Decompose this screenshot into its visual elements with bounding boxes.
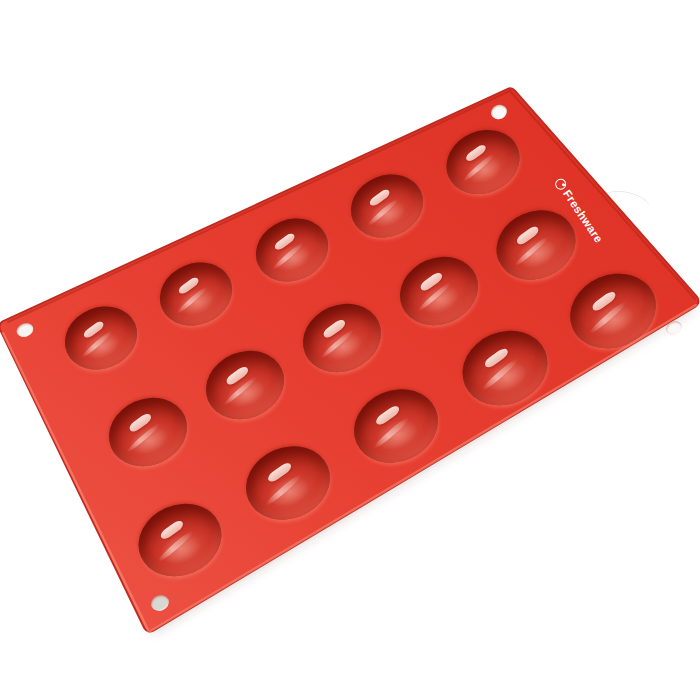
mold-cavity-r2c4 [399, 258, 479, 324]
mold-cavity-r1c1 [64, 308, 138, 369]
cavity-bowl [292, 292, 391, 384]
cavity-sheen [264, 233, 321, 281]
cavity-sheen [455, 145, 513, 194]
mold-cavity-r2c2 [205, 352, 285, 418]
cavity-bowl [343, 377, 450, 476]
mold-cavity-r2c3 [302, 305, 382, 371]
cavity-sheen [256, 464, 323, 520]
mold-cavity-r1c4 [350, 176, 424, 237]
mold-cavity-r1c3 [255, 220, 329, 281]
mold-cavity-r3c1 [138, 505, 223, 575]
cavity-sheen [73, 321, 130, 369]
mold-cavity-r1c2 [159, 264, 233, 325]
product-photo: Freshware [0, 0, 700, 700]
cavity-bowl [55, 295, 147, 380]
cavity-sheen [364, 407, 431, 463]
mold-cavity-r3c2 [245, 448, 331, 519]
mold-cavity-r2c5 [496, 212, 577, 279]
mold-cavity-r3c3 [353, 391, 439, 462]
mold-cavity-r2c1 [108, 399, 188, 465]
cavity-sheen [359, 189, 416, 237]
cavity-bowl [127, 491, 233, 589]
mold-cavity-r3c5 [569, 275, 657, 347]
cavity-bowl [558, 261, 667, 362]
mold-cavity-r3c4 [462, 332, 549, 404]
cavity-bowl [246, 207, 338, 292]
cavity-sheen [472, 349, 539, 406]
mold-cavity-r1c5 [446, 131, 521, 193]
cavity-bowl [150, 251, 242, 336]
cavity-bowl [195, 339, 294, 431]
cavity-bowl [235, 434, 342, 533]
cavity-sheen [409, 273, 471, 325]
cavity-bowl [98, 386, 197, 478]
cavity-sheen [118, 414, 180, 466]
cavity-sheen [215, 367, 277, 419]
cavity-bowl [451, 318, 559, 418]
cavity-sheen [168, 277, 225, 325]
cavity-bowl [389, 245, 488, 337]
cavity-sheen [312, 320, 374, 372]
cavity-sheen [505, 227, 568, 280]
cavity-bowl [436, 119, 529, 205]
cavity-bowl [341, 163, 433, 248]
cavity-sheen [580, 291, 648, 348]
cavity-sheen [148, 521, 214, 576]
